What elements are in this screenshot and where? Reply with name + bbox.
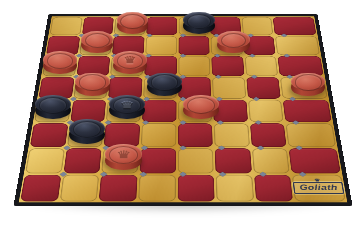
- square-r7c7[interactable]: [251, 148, 289, 173]
- square-r8c3[interactable]: [98, 174, 137, 201]
- piece-ring: [85, 33, 110, 48]
- crown-emboss-icon: ♛: [105, 148, 142, 159]
- square-r6c7[interactable]: [249, 123, 286, 147]
- square-r1c1[interactable]: [49, 17, 82, 35]
- square-r1c4[interactable]: [146, 17, 177, 35]
- piece-ring: [120, 14, 145, 29]
- square-r2c5[interactable]: [178, 36, 209, 55]
- piece-black-r1c5[interactable]: [183, 12, 215, 34]
- square-r2c4[interactable]: [145, 36, 177, 55]
- square-r6c8[interactable]: [285, 123, 335, 147]
- square-r5c7[interactable]: [247, 99, 283, 121]
- piece-red-r3c1[interactable]: [43, 51, 76, 74]
- piece-ring: [187, 97, 214, 114]
- piece-ring: [79, 74, 106, 90]
- square-r7c6[interactable]: [214, 148, 251, 173]
- square-r2c8[interactable]: [275, 36, 320, 55]
- square-r3c7[interactable]: [244, 56, 278, 76]
- crown-emboss-icon: ♛: [113, 55, 146, 65]
- piece-red-r4c2[interactable]: [75, 73, 109, 97]
- piece-red-r2c2[interactable]: [81, 31, 113, 53]
- square-r8c2[interactable]: [59, 174, 99, 201]
- piece-ring: [39, 97, 66, 114]
- square-r6c1[interactable]: [29, 123, 67, 147]
- square-r6c5[interactable]: [177, 123, 212, 147]
- piece-red-r7c3[interactable]: ♛: [105, 144, 142, 170]
- square-r7c1[interactable]: [25, 148, 65, 173]
- square-r7c5[interactable]: [177, 148, 213, 173]
- piece-black-r5c3[interactable]: ♛: [109, 95, 144, 119]
- piece-red-r4c8[interactable]: [291, 73, 325, 97]
- piece-ring: [187, 14, 212, 29]
- square-r3c5[interactable]: [178, 56, 210, 76]
- square-r8c4[interactable]: [138, 174, 176, 201]
- square-r8c7[interactable]: [253, 174, 292, 201]
- square-r7c8[interactable]: [288, 148, 340, 173]
- piece-red-r1c3[interactable]: [117, 12, 149, 34]
- square-r8c8[interactable]: ♛Goliath: [292, 174, 346, 201]
- piece-red-r3c3[interactable]: ♛: [113, 51, 146, 74]
- piece-black-r6c2[interactable]: [69, 119, 105, 144]
- piece-red-r5c5[interactable]: [183, 95, 218, 119]
- square-r8c5[interactable]: [177, 174, 214, 201]
- board-photo: ♛Goliath ♛♛♛: [0, 0, 364, 227]
- piece-ring: [47, 53, 73, 69]
- piece-ring: [151, 74, 178, 90]
- logo-text: Goliath: [298, 183, 337, 191]
- square-r1c8[interactable]: [272, 17, 316, 35]
- square-r7c2[interactable]: [63, 148, 102, 173]
- square-r8c1[interactable]: [20, 174, 61, 201]
- piece-red-r2c6[interactable]: [217, 31, 249, 53]
- piece-ring: [295, 74, 322, 90]
- square-r5c4[interactable]: [141, 99, 175, 121]
- square-r6c4[interactable]: [140, 123, 175, 147]
- goliath-logo: ♛Goliath: [292, 181, 344, 193]
- square-r6c3[interactable]: [103, 123, 139, 147]
- square-r7c4[interactable]: [139, 148, 175, 173]
- square-r3c6[interactable]: [211, 56, 244, 76]
- piece-black-r5c1[interactable]: [35, 95, 70, 119]
- crown-emboss-icon: ♛: [109, 99, 144, 110]
- square-r5c8[interactable]: [282, 99, 331, 121]
- square-r4c7[interactable]: [246, 77, 281, 98]
- square-r8c6[interactable]: [215, 174, 253, 201]
- piece-black-r4c4[interactable]: [147, 73, 181, 97]
- square-r6c6[interactable]: [213, 123, 249, 147]
- crown-icon: ♛: [313, 178, 320, 182]
